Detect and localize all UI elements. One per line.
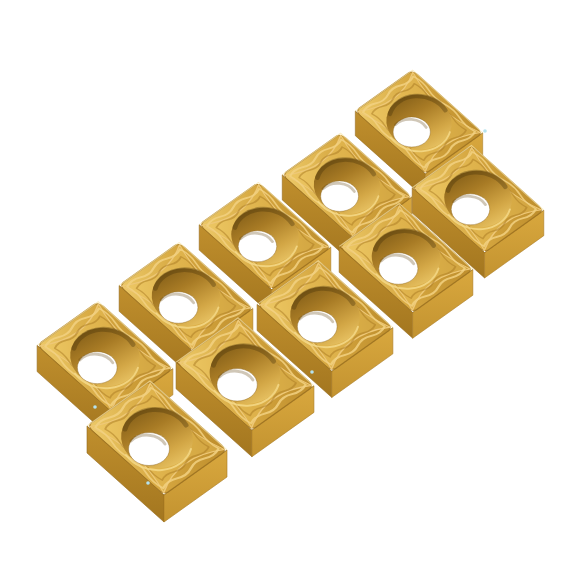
coating-chip-speck — [483, 129, 487, 133]
coating-chip-speck — [146, 481, 150, 485]
product-image — [0, 0, 580, 580]
coating-chip-speck — [93, 405, 97, 409]
product-photo — [0, 0, 580, 580]
insert-group — [37, 70, 544, 522]
coating-chip-speck — [310, 370, 314, 374]
